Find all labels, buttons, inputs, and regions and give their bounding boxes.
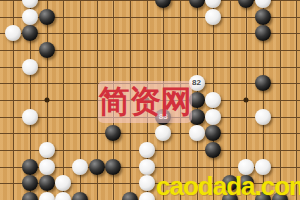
stone-white[interactable] [22,109,38,125]
stone-white[interactable] [205,92,221,108]
stone-black[interactable] [39,42,55,58]
grid-line-h [0,133,300,134]
red-watermark: 简资网 [98,81,192,123]
stone-white[interactable] [139,159,155,175]
stone-black[interactable] [255,9,271,25]
stone-white[interactable] [189,125,205,141]
stone-white[interactable] [139,142,155,158]
stone-white[interactable] [5,25,21,41]
stone-black[interactable] [205,125,221,141]
stone-white[interactable] [139,175,155,191]
stone-white[interactable] [55,175,71,191]
hoshi-point [44,97,49,102]
stone-white[interactable] [205,9,221,25]
grid-line-h [0,67,300,68]
stone-black[interactable] [255,75,271,91]
stone-white[interactable] [255,109,271,125]
stone-black[interactable] [105,125,121,141]
stone-white[interactable] [39,142,55,158]
stone-black[interactable] [205,142,221,158]
stone-black[interactable] [22,25,38,41]
stone-white[interactable] [39,159,55,175]
yellow-watermark-text: caodada.com [156,171,300,200]
hoshi-point [244,97,249,102]
stone-black[interactable] [89,159,105,175]
stone-white[interactable] [155,125,171,141]
stone-white[interactable] [22,59,38,75]
stone-white[interactable] [22,9,38,25]
move-number-label: 82 [192,79,201,87]
stone-black[interactable] [105,159,121,175]
yellow-watermark: caodada.com [156,171,300,200]
stone-black[interactable] [22,159,38,175]
stone-black[interactable] [255,25,271,41]
stone-black[interactable] [39,175,55,191]
red-watermark-text: 简资网 [99,81,192,123]
stone-white[interactable] [205,109,221,125]
stone-white[interactable] [72,159,88,175]
stone-black[interactable] [22,175,38,191]
go-board-screenshot: 8283 简资网 caodada.com [0,0,300,200]
stone-black[interactable] [39,9,55,25]
